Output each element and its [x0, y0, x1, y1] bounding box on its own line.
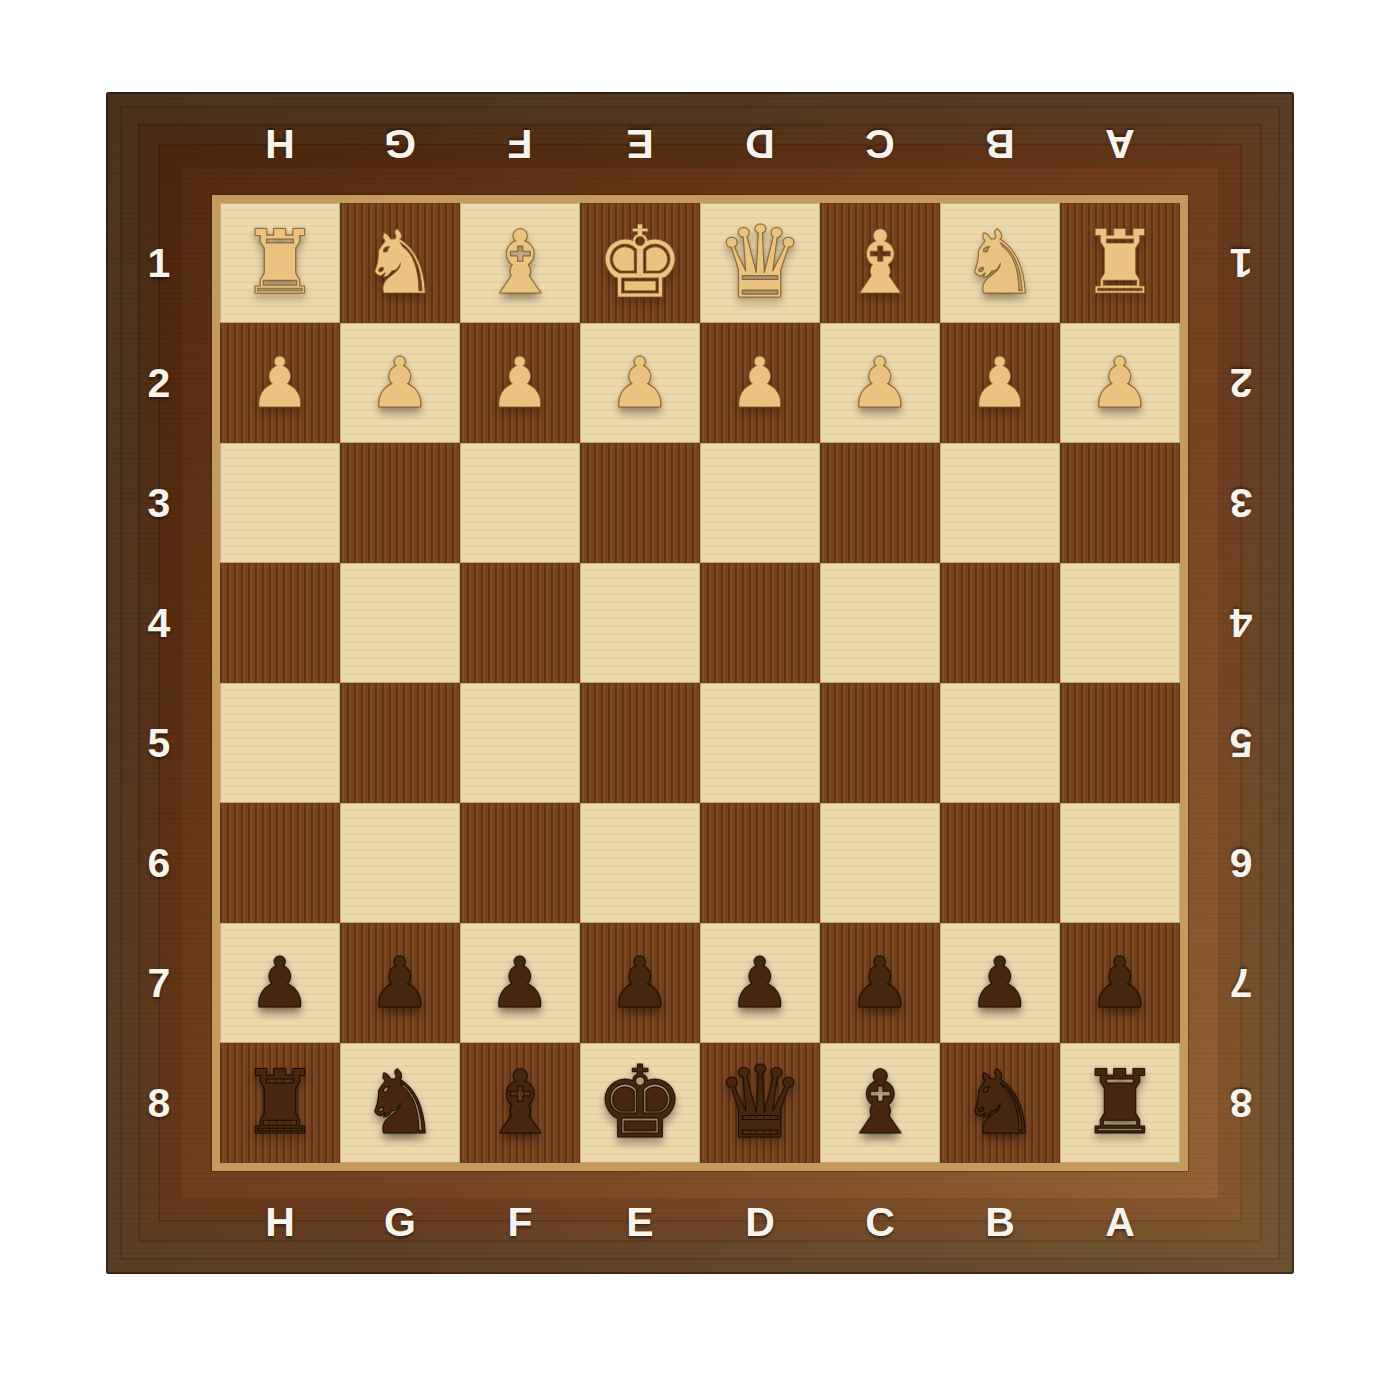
square-c5[interactable]: [820, 683, 940, 803]
rank-label-left-1: 1: [106, 203, 212, 323]
square-b7[interactable]: ♟: [940, 923, 1060, 1043]
square-g6[interactable]: [340, 803, 460, 923]
square-a2[interactable]: ♟: [1060, 323, 1180, 443]
square-c4[interactable]: [820, 563, 940, 683]
square-e5[interactable]: [580, 683, 700, 803]
white-queen-d1[interactable]: ♛: [715, 213, 805, 313]
file-label-top-f: F: [460, 92, 580, 195]
square-h5[interactable]: [220, 683, 340, 803]
square-a3[interactable]: [1060, 443, 1180, 563]
file-labels-top: HGFEDCBA: [220, 92, 1180, 195]
file-label-bottom-f: F: [460, 1171, 580, 1274]
file-label-bottom-c: C: [820, 1171, 940, 1274]
black-pawn-g7[interactable]: ♟: [369, 948, 432, 1018]
black-pawn-f7[interactable]: ♟: [489, 948, 552, 1018]
rank-label-right-3: 3: [1188, 443, 1294, 563]
square-d3[interactable]: [700, 443, 820, 563]
rank-label-right-4: 4: [1188, 563, 1294, 683]
file-label-bottom-e: E: [580, 1171, 700, 1274]
rank-label-left-6: 6: [106, 803, 212, 923]
rank-labels-left: 12345678: [106, 203, 212, 1163]
rank-label-right-7: 7: [1188, 923, 1294, 1043]
square-e3[interactable]: [580, 443, 700, 563]
square-a8[interactable]: ♜: [1060, 1043, 1180, 1163]
square-b5[interactable]: [940, 683, 1060, 803]
square-b8[interactable]: ♞: [940, 1043, 1060, 1163]
square-g2[interactable]: ♟: [340, 323, 460, 443]
file-label-bottom-a: A: [1060, 1171, 1180, 1274]
square-f3[interactable]: [460, 443, 580, 563]
square-f6[interactable]: [460, 803, 580, 923]
black-rook-h8[interactable]: ♜: [241, 1059, 320, 1147]
white-rook-a1[interactable]: ♜: [1081, 219, 1160, 307]
square-c8[interactable]: ♝: [820, 1043, 940, 1163]
white-pawn-c2[interactable]: ♟: [849, 348, 912, 418]
white-pawn-f2[interactable]: ♟: [489, 348, 552, 418]
white-pawn-g2[interactable]: ♟: [369, 348, 432, 418]
black-queen-d8[interactable]: ♛: [715, 1053, 805, 1153]
black-pawn-h7[interactable]: ♟: [249, 948, 312, 1018]
photo-background: HGFEDCBA HGFEDCBA 12345678 12345678 ♜♞♝♚…: [0, 0, 1400, 1400]
square-f2[interactable]: ♟: [460, 323, 580, 443]
file-label-bottom-h: H: [220, 1171, 340, 1274]
file-label-top-b: B: [940, 92, 1060, 195]
rank-label-left-3: 3: [106, 443, 212, 563]
white-knight-b1[interactable]: ♞: [961, 219, 1040, 307]
square-b2[interactable]: ♟: [940, 323, 1060, 443]
rank-label-right-1: 1: [1188, 203, 1294, 323]
black-knight-b8[interactable]: ♞: [961, 1059, 1040, 1147]
rank-label-right-8: 8: [1188, 1043, 1294, 1163]
rank-label-right-6: 6: [1188, 803, 1294, 923]
square-b1[interactable]: ♞: [940, 203, 1060, 323]
rank-label-right-5: 5: [1188, 683, 1294, 803]
file-label-top-g: G: [340, 92, 460, 195]
white-bishop-c1[interactable]: ♝: [841, 219, 920, 307]
white-pawn-e2[interactable]: ♟: [609, 348, 672, 418]
square-e2[interactable]: ♟: [580, 323, 700, 443]
square-h1[interactable]: ♜: [220, 203, 340, 323]
black-pawn-d7[interactable]: ♟: [729, 948, 792, 1018]
square-h4[interactable]: [220, 563, 340, 683]
file-labels-bottom: HGFEDCBA: [220, 1171, 1180, 1274]
square-f5[interactable]: [460, 683, 580, 803]
file-label-top-a: A: [1060, 92, 1180, 195]
black-pawn-e7[interactable]: ♟: [609, 948, 672, 1018]
playing-area: ♜♞♝♚♛♝♞♜♟♟♟♟♟♟♟♟♟♟♟♟♟♟♟♟♜♞♝♚♛♝♞♜: [212, 195, 1188, 1171]
square-f4[interactable]: [460, 563, 580, 683]
square-d1[interactable]: ♛: [700, 203, 820, 323]
black-rook-a8[interactable]: ♜: [1081, 1059, 1160, 1147]
square-h7[interactable]: ♟: [220, 923, 340, 1043]
square-a1[interactable]: ♜: [1060, 203, 1180, 323]
square-e7[interactable]: ♟: [580, 923, 700, 1043]
square-h3[interactable]: [220, 443, 340, 563]
black-bishop-c8[interactable]: ♝: [841, 1059, 920, 1147]
file-label-top-h: H: [220, 92, 340, 195]
rank-label-left-4: 4: [106, 563, 212, 683]
rank-label-left-2: 2: [106, 323, 212, 443]
square-d7[interactable]: ♟: [700, 923, 820, 1043]
file-label-top-c: C: [820, 92, 940, 195]
square-a7[interactable]: ♟: [1060, 923, 1180, 1043]
black-pawn-c7[interactable]: ♟: [849, 948, 912, 1018]
squares-grid: ♜♞♝♚♛♝♞♜♟♟♟♟♟♟♟♟♟♟♟♟♟♟♟♟♜♞♝♚♛♝♞♜: [220, 203, 1180, 1163]
square-c6[interactable]: [820, 803, 940, 923]
white-king-e1[interactable]: ♚: [595, 213, 685, 313]
black-knight-g8[interactable]: ♞: [361, 1059, 440, 1147]
square-a6[interactable]: [1060, 803, 1180, 923]
square-c7[interactable]: ♟: [820, 923, 940, 1043]
white-bishop-f1[interactable]: ♝: [481, 219, 560, 307]
rank-label-left-8: 8: [106, 1043, 212, 1163]
rank-label-left-7: 7: [106, 923, 212, 1043]
square-f8[interactable]: ♝: [460, 1043, 580, 1163]
square-e8[interactable]: ♚: [580, 1043, 700, 1163]
square-b6[interactable]: [940, 803, 1060, 923]
white-pawn-b2[interactable]: ♟: [969, 348, 1032, 418]
square-d6[interactable]: [700, 803, 820, 923]
square-c2[interactable]: ♟: [820, 323, 940, 443]
square-g8[interactable]: ♞: [340, 1043, 460, 1163]
square-e1[interactable]: ♚: [580, 203, 700, 323]
square-c1[interactable]: ♝: [820, 203, 940, 323]
white-rook-h1[interactable]: ♜: [241, 219, 320, 307]
square-g7[interactable]: ♟: [340, 923, 460, 1043]
chess-board: HGFEDCBA HGFEDCBA 12345678 12345678 ♜♞♝♚…: [106, 92, 1294, 1274]
square-g5[interactable]: [340, 683, 460, 803]
square-e6[interactable]: [580, 803, 700, 923]
square-a4[interactable]: [1060, 563, 1180, 683]
square-d5[interactable]: [700, 683, 820, 803]
square-g3[interactable]: [340, 443, 460, 563]
square-d4[interactable]: [700, 563, 820, 683]
black-pawn-a7[interactable]: ♟: [1089, 948, 1152, 1018]
rank-label-right-2: 2: [1188, 323, 1294, 443]
black-pawn-b7[interactable]: ♟: [969, 948, 1032, 1018]
square-h2[interactable]: ♟: [220, 323, 340, 443]
square-f7[interactable]: ♟: [460, 923, 580, 1043]
square-d8[interactable]: ♛: [700, 1043, 820, 1163]
white-pawn-d2[interactable]: ♟: [729, 348, 792, 418]
black-king-e8[interactable]: ♚: [595, 1053, 685, 1153]
square-b4[interactable]: [940, 563, 1060, 683]
rank-labels-right: 12345678: [1188, 203, 1294, 1163]
white-knight-g1[interactable]: ♞: [361, 219, 440, 307]
black-bishop-f8[interactable]: ♝: [481, 1059, 560, 1147]
square-g4[interactable]: [340, 563, 460, 683]
file-label-bottom-b: B: [940, 1171, 1060, 1274]
file-label-bottom-d: D: [700, 1171, 820, 1274]
square-h6[interactable]: [220, 803, 340, 923]
file-label-top-e: E: [580, 92, 700, 195]
rank-label-left-5: 5: [106, 683, 212, 803]
square-f1[interactable]: ♝: [460, 203, 580, 323]
file-label-top-d: D: [700, 92, 820, 195]
square-d2[interactable]: ♟: [700, 323, 820, 443]
file-label-bottom-g: G: [340, 1171, 460, 1274]
square-h8[interactable]: ♜: [220, 1043, 340, 1163]
square-c3[interactable]: [820, 443, 940, 563]
square-e4[interactable]: [580, 563, 700, 683]
square-g1[interactable]: ♞: [340, 203, 460, 323]
white-pawn-a2[interactable]: ♟: [1089, 348, 1152, 418]
square-a5[interactable]: [1060, 683, 1180, 803]
square-b3[interactable]: [940, 443, 1060, 563]
white-pawn-h2[interactable]: ♟: [249, 348, 312, 418]
